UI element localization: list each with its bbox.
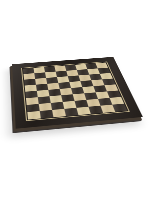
square	[112, 104, 127, 112]
product-photo-canvas	[0, 0, 150, 200]
board-frame	[12, 57, 143, 129]
chess-board	[12, 57, 143, 129]
square	[27, 111, 40, 120]
playing-field	[23, 62, 127, 119]
inlay-line	[21, 62, 130, 122]
